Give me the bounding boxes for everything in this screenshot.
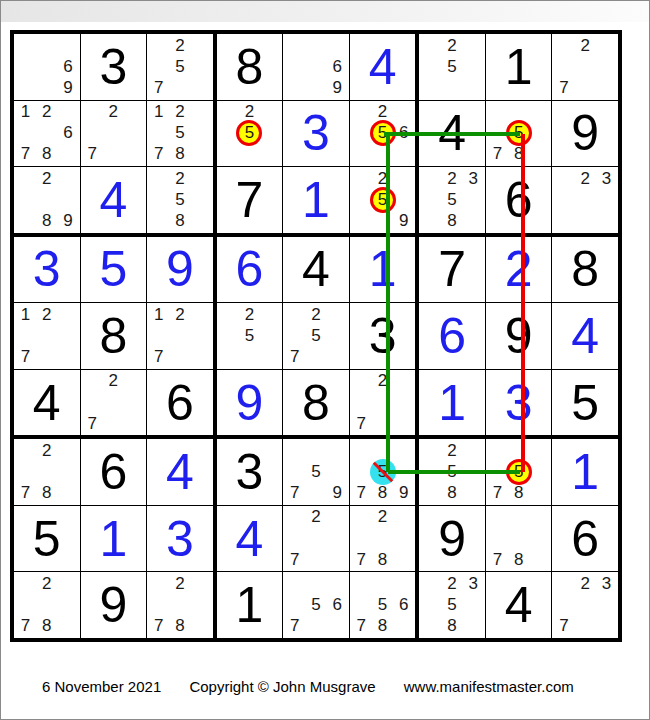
cell-r1c6[interactable]: 4 xyxy=(350,34,416,100)
cell-r9c1[interactable]: 278 xyxy=(14,572,80,638)
cell-r9c5[interactable]: 567 xyxy=(283,572,349,638)
pencil-pos-8 xyxy=(169,77,190,98)
pencil-pos-5 xyxy=(372,392,393,413)
pencil-pos-7 xyxy=(351,144,372,165)
cell-r9c3[interactable]: 278 xyxy=(147,572,213,638)
candidate-6: 6 xyxy=(63,123,72,143)
cell-r7c2[interactable]: 6 xyxy=(81,439,147,505)
pencil-pos-8: 8 xyxy=(508,483,529,504)
pencil-pos-3 xyxy=(463,440,484,461)
solved-digit: 3 xyxy=(147,506,213,572)
given-digit: 1 xyxy=(217,572,283,638)
candidate-5: 5 xyxy=(175,190,184,210)
candidate-6: 6 xyxy=(332,595,341,615)
cell-r5c3[interactable]: 127 xyxy=(147,303,213,369)
candidate-5: 5 xyxy=(311,462,320,482)
pencil-pos-7 xyxy=(420,616,441,637)
cell-r8c5[interactable]: 27 xyxy=(283,506,349,572)
solved-digit: 1 xyxy=(552,439,618,505)
solved-digit: 6 xyxy=(217,237,283,303)
cell-r8c7[interactable]: 9 xyxy=(419,506,485,572)
pencil-marks: 5678 xyxy=(351,573,415,637)
candidate-5: 5 xyxy=(378,123,387,143)
candidate-2: 2 xyxy=(109,102,118,122)
cell-r2c2[interactable]: 27 xyxy=(81,101,147,167)
pencil-pos-4 xyxy=(148,123,169,144)
pencil-pos-9: 9 xyxy=(393,483,414,504)
pencil-pos-3 xyxy=(190,102,211,123)
pencil-pos-7: 7 xyxy=(148,77,169,98)
cell-r1c1[interactable]: 69 xyxy=(14,34,80,100)
pencil-pos-4 xyxy=(553,189,574,210)
cell-r1c5[interactable]: 69 xyxy=(283,34,349,100)
pencil-pos-9 xyxy=(57,616,78,637)
pencil-marks: 578 xyxy=(487,102,551,166)
pencil-pos-6 xyxy=(327,325,348,346)
pencil-pos-4 xyxy=(351,392,372,413)
candidate-5: 5 xyxy=(514,462,523,482)
pencil-pos-8 xyxy=(372,144,393,165)
pencil-pos-9: 9 xyxy=(327,77,348,98)
cell-r3c5[interactable]: 1 xyxy=(283,167,349,233)
pencil-marks: 25 xyxy=(218,102,282,166)
cell-r5c9[interactable]: 4 xyxy=(552,303,618,369)
pencil-pos-2: 2 xyxy=(372,102,393,123)
pencil-marks: 278 xyxy=(15,440,79,504)
cell-r3c6[interactable]: 259 xyxy=(350,167,416,233)
pencil-pos-7: 7 xyxy=(15,483,36,504)
cell-r4c4[interactable]: 6 xyxy=(217,237,283,303)
cell-r5c2[interactable]: 8 xyxy=(81,303,147,369)
cell-r6c1[interactable]: 4 xyxy=(14,370,80,436)
pencil-pos-9 xyxy=(393,144,414,165)
pencil-pos-2: 2 xyxy=(169,573,190,594)
pencil-pos-2 xyxy=(36,35,57,56)
pencil-pos-6: 6 xyxy=(57,56,78,77)
pencil-pos-5 xyxy=(103,392,124,413)
pencil-pos-7 xyxy=(420,77,441,98)
cell-r5c5[interactable]: 257 xyxy=(283,303,349,369)
cell-r9c9[interactable]: 237 xyxy=(552,572,618,638)
pencil-pos-7 xyxy=(420,483,441,504)
cell-r7c1[interactable]: 278 xyxy=(14,439,80,505)
pencil-pos-7: 7 xyxy=(553,616,574,637)
cell-r2c4[interactable]: 25 xyxy=(217,101,283,167)
given-digit: 3 xyxy=(81,34,147,100)
candidate-8: 8 xyxy=(42,616,51,636)
cell-r9c6[interactable]: 5678 xyxy=(350,572,416,638)
given-digit: 9 xyxy=(486,303,552,369)
cell-r1c7[interactable]: 25 xyxy=(419,34,485,100)
candidate-6: 6 xyxy=(399,123,408,143)
pencil-marks: 258 xyxy=(148,168,212,232)
candidate-2: 2 xyxy=(580,36,589,56)
given-digit: 6 xyxy=(486,167,552,233)
solved-digit: 1 xyxy=(350,237,416,303)
candidate-9: 9 xyxy=(399,211,408,231)
pencil-pos-8: 8 xyxy=(36,483,57,504)
pencil-pos-7: 7 xyxy=(284,616,305,637)
pencil-pos-9 xyxy=(463,77,484,98)
cell-r8c9[interactable]: 6 xyxy=(552,506,618,572)
candidate-2: 2 xyxy=(580,169,589,189)
pencil-pos-8 xyxy=(103,144,124,165)
pencil-pos-4 xyxy=(15,56,36,77)
pencil-pos-3 xyxy=(57,102,78,123)
pencil-marks: 256 xyxy=(351,102,415,166)
pencil-pos-7 xyxy=(284,77,305,98)
cell-r4c5[interactable]: 4 xyxy=(283,237,349,303)
pencil-pos-9 xyxy=(529,483,550,504)
pencil-pos-8 xyxy=(305,483,326,504)
cell-r8c2[interactable]: 1 xyxy=(81,506,147,572)
candidate-1: 1 xyxy=(154,102,163,122)
cell-r1c3[interactable]: 257 xyxy=(147,34,213,100)
cell-r6c8[interactable]: 3 xyxy=(486,370,552,436)
cell-r5c8[interactable]: 9 xyxy=(486,303,552,369)
cell-r3c7[interactable]: 2358 xyxy=(419,167,485,233)
candidate-5: 5 xyxy=(245,123,254,143)
pencil-pos-9 xyxy=(393,549,414,570)
cell-r6c4[interactable]: 9 xyxy=(217,370,283,436)
pencil-pos-2: 2 xyxy=(575,35,596,56)
cell-r7c6[interactable]: 5789 xyxy=(350,439,416,505)
pencil-pos-5: 5 xyxy=(508,123,529,144)
pencil-pos-1 xyxy=(553,168,574,189)
candidate-7: 7 xyxy=(493,483,502,503)
pencil-pos-5: 5 xyxy=(442,56,463,77)
cell-r3c8[interactable]: 6 xyxy=(486,167,552,233)
cell-r5c1[interactable]: 127 xyxy=(14,303,80,369)
cell-r1c9[interactable]: 27 xyxy=(552,34,618,100)
pencil-marks: 289 xyxy=(15,168,79,232)
pencil-marks: 567 xyxy=(284,573,348,637)
pencil-pos-7: 7 xyxy=(351,413,372,434)
cell-r4c7[interactable]: 7 xyxy=(419,237,485,303)
pencil-pos-4 xyxy=(351,595,372,616)
given-digit: 9 xyxy=(552,101,618,167)
pencil-pos-7: 7 xyxy=(487,144,508,165)
pencil-pos-6: 6 xyxy=(57,123,78,144)
candidate-7: 7 xyxy=(357,483,366,503)
pencil-pos-2: 2 xyxy=(575,168,596,189)
cell-r5c6[interactable]: 3 xyxy=(350,303,416,369)
pencil-marks: 27 xyxy=(284,507,348,571)
candidate-5: 5 xyxy=(447,57,456,77)
cell-r8c6[interactable]: 278 xyxy=(350,506,416,572)
pencil-pos-9 xyxy=(327,549,348,570)
cell-r2c6[interactable]: 256 xyxy=(350,101,416,167)
pencil-pos-2: 2 xyxy=(169,304,190,325)
pencil-pos-4 xyxy=(420,56,441,77)
cell-r1c8[interactable]: 1 xyxy=(486,34,552,100)
pencil-pos-2: 2 xyxy=(103,102,124,123)
pencil-pos-1 xyxy=(351,507,372,528)
pencil-pos-4 xyxy=(15,189,36,210)
pencil-pos-2: 2 xyxy=(442,35,463,56)
pencil-pos-2: 2 xyxy=(305,304,326,325)
pencil-pos-2: 2 xyxy=(239,102,260,123)
pencil-pos-2: 2 xyxy=(372,371,393,392)
pencil-pos-5 xyxy=(169,325,190,346)
given-digit: 3 xyxy=(350,303,416,369)
cell-r2c8[interactable]: 578 xyxy=(486,101,552,167)
pencil-pos-3 xyxy=(463,35,484,56)
pencil-pos-4 xyxy=(487,528,508,549)
pencil-marks: 278 xyxy=(351,507,415,571)
pencil-pos-1: 1 xyxy=(148,304,169,325)
cell-r4c9[interactable]: 8 xyxy=(552,237,618,303)
pencil-pos-6: 6 xyxy=(393,595,414,616)
pencil-pos-6 xyxy=(529,123,550,144)
cell-r8c1[interactable]: 5 xyxy=(14,506,80,572)
footer: 6 November 2021 Copyright © John Musgrav… xyxy=(42,678,598,695)
cell-r4c8[interactable]: 2 xyxy=(486,237,552,303)
cell-r8c4[interactable]: 4 xyxy=(217,506,283,572)
solved-digit: 4 xyxy=(81,167,147,233)
cell-r7c8[interactable]: 578 xyxy=(486,439,552,505)
cell-r8c8[interactable]: 78 xyxy=(486,506,552,572)
candidate-7: 7 xyxy=(290,347,299,367)
candidate-8: 8 xyxy=(447,616,456,636)
pencil-pos-3 xyxy=(393,371,414,392)
candidate-7: 7 xyxy=(154,78,163,98)
pencil-pos-3 xyxy=(260,304,281,325)
candidate-8: 8 xyxy=(514,144,523,164)
pencil-pos-7: 7 xyxy=(15,616,36,637)
pencil-pos-7: 7 xyxy=(553,77,574,98)
pencil-pos-9: 9 xyxy=(393,210,414,231)
pencil-pos-4 xyxy=(553,56,574,77)
cell-r1c2[interactable]: 3 xyxy=(81,34,147,100)
pencil-pos-3 xyxy=(124,371,145,392)
pencil-pos-2: 2 xyxy=(36,102,57,123)
cell-r6c6[interactable]: 27 xyxy=(350,370,416,436)
pencil-pos-3: 3 xyxy=(596,168,617,189)
cell-r4c2[interactable]: 5 xyxy=(81,237,147,303)
pencil-pos-2: 2 xyxy=(442,440,463,461)
cell-r3c2[interactable]: 4 xyxy=(81,167,147,233)
given-digit: 5 xyxy=(552,370,618,436)
cell-r2c9[interactable]: 9 xyxy=(552,101,618,167)
cell-r7c9[interactable]: 1 xyxy=(552,439,618,505)
pencil-pos-5 xyxy=(508,528,529,549)
pencil-pos-5 xyxy=(36,595,57,616)
cell-r3c4[interactable]: 7 xyxy=(217,167,283,233)
cell-r3c1[interactable]: 289 xyxy=(14,167,80,233)
pencil-pos-3: 3 xyxy=(463,168,484,189)
pencil-pos-9 xyxy=(190,210,211,231)
candidate-8: 8 xyxy=(175,144,184,164)
candidate-5: 5 xyxy=(175,123,184,143)
cell-r2c5[interactable]: 3 xyxy=(283,101,349,167)
candidate-3: 3 xyxy=(602,169,611,189)
pencil-pos-4 xyxy=(420,189,441,210)
cell-r6c5[interactable]: 8 xyxy=(283,370,349,436)
candidate-2: 2 xyxy=(175,305,184,325)
pencil-pos-4 xyxy=(148,595,169,616)
cell-r4c1[interactable]: 3 xyxy=(14,237,80,303)
candidate-9: 9 xyxy=(63,78,72,98)
pencil-pos-2: 2 xyxy=(372,168,393,189)
cell-r5c7[interactable]: 6 xyxy=(419,303,485,369)
cell-r8c3[interactable]: 3 xyxy=(147,506,213,572)
pencil-marks: 23 xyxy=(553,168,617,232)
solved-digit: 1 xyxy=(419,370,485,436)
pencil-pos-8: 8 xyxy=(36,616,57,637)
pencil-pos-1 xyxy=(351,371,372,392)
footer-date: 6 November 2021 xyxy=(42,678,161,695)
cell-r9c4[interactable]: 1 xyxy=(217,572,283,638)
candidate-7: 7 xyxy=(87,414,96,434)
pencil-pos-4 xyxy=(351,528,372,549)
cell-r6c2[interactable]: 27 xyxy=(81,370,147,436)
candidate-7: 7 xyxy=(290,550,299,570)
candidate-5: 5 xyxy=(311,595,320,615)
solved-digit: 1 xyxy=(283,167,349,233)
pencil-pos-9 xyxy=(190,144,211,165)
pencil-pos-9 xyxy=(190,616,211,637)
pencil-pos-9 xyxy=(190,347,211,368)
cell-r5c4[interactable]: 25 xyxy=(217,303,283,369)
cell-r2c7[interactable]: 4 xyxy=(419,101,485,167)
given-digit: 8 xyxy=(81,303,147,369)
pencil-pos-8: 8 xyxy=(372,483,393,504)
cell-r4c6[interactable]: 1 xyxy=(350,237,416,303)
cell-r7c5[interactable]: 579 xyxy=(283,439,349,505)
pencil-pos-3 xyxy=(393,440,414,461)
pencil-pos-9 xyxy=(596,616,617,637)
pencil-pos-1: 1 xyxy=(148,102,169,123)
candidate-8: 8 xyxy=(447,211,456,231)
pencil-marks: 69 xyxy=(15,35,79,99)
pencil-pos-4 xyxy=(284,595,305,616)
pencil-marks: 25 xyxy=(218,304,282,368)
cell-r6c9[interactable]: 5 xyxy=(552,370,618,436)
candidate-2: 2 xyxy=(311,305,320,325)
candidate-2: 2 xyxy=(175,36,184,56)
solved-digit: 4 xyxy=(350,34,416,100)
pencil-pos-5 xyxy=(169,595,190,616)
given-digit: 6 xyxy=(81,439,147,505)
cell-r7c4[interactable]: 3 xyxy=(217,439,283,505)
candidate-7: 7 xyxy=(154,144,163,164)
pencil-pos-8: 8 xyxy=(372,616,393,637)
cell-r7c7[interactable]: 258 xyxy=(419,439,485,505)
candidate-7: 7 xyxy=(559,616,568,636)
pencil-pos-1 xyxy=(218,102,239,123)
cell-r2c1[interactable]: 12678 xyxy=(14,101,80,167)
candidate-2: 2 xyxy=(447,574,456,594)
cell-r9c7[interactable]: 2358 xyxy=(419,572,485,638)
cell-r4c3[interactable]: 9 xyxy=(147,237,213,303)
solved-digit: 4 xyxy=(217,506,283,572)
cell-r9c2[interactable]: 9 xyxy=(81,572,147,638)
cell-r6c7[interactable]: 1 xyxy=(419,370,485,436)
candidate-7: 7 xyxy=(493,144,502,164)
pencil-pos-6 xyxy=(190,123,211,144)
cell-r9c8[interactable]: 4 xyxy=(486,572,552,638)
pencil-pos-7 xyxy=(553,210,574,231)
candidate-1: 1 xyxy=(154,305,163,325)
pencil-pos-3 xyxy=(393,573,414,594)
candidate-7: 7 xyxy=(493,550,502,570)
pencil-marks: 2358 xyxy=(420,168,484,232)
pencil-marks: 27 xyxy=(82,102,146,166)
pencil-pos-6 xyxy=(393,392,414,413)
pencil-marks: 27 xyxy=(351,371,415,435)
pencil-pos-3 xyxy=(327,304,348,325)
pencil-pos-2: 2 xyxy=(575,573,596,594)
pencil-pos-7 xyxy=(148,210,169,231)
pencil-pos-9 xyxy=(260,144,281,165)
pencil-pos-6 xyxy=(463,56,484,77)
solved-digit: 5 xyxy=(81,237,147,303)
pencil-pos-7: 7 xyxy=(82,413,103,434)
pencil-pos-9 xyxy=(327,616,348,637)
pencil-pos-1 xyxy=(15,573,36,594)
pencil-marks: 259 xyxy=(351,168,415,232)
cell-r2c3[interactable]: 12578 xyxy=(147,101,213,167)
candidate-6: 6 xyxy=(332,57,341,77)
cell-r1c4[interactable]: 8 xyxy=(217,34,283,100)
given-digit: 7 xyxy=(217,167,283,233)
pencil-pos-3 xyxy=(57,573,78,594)
pencil-pos-9 xyxy=(57,347,78,368)
pencil-pos-3 xyxy=(57,440,78,461)
pencil-pos-6 xyxy=(596,189,617,210)
pencil-pos-6 xyxy=(57,325,78,346)
pencil-pos-8 xyxy=(36,347,57,368)
candidate-1: 1 xyxy=(21,102,30,122)
pencil-pos-4 xyxy=(218,325,239,346)
pencil-pos-4 xyxy=(284,528,305,549)
pencil-pos-2: 2 xyxy=(305,507,326,528)
candidate-7: 7 xyxy=(21,483,30,503)
pencil-marks: 12578 xyxy=(148,102,212,166)
cell-r6c3[interactable]: 6 xyxy=(147,370,213,436)
pencil-pos-3 xyxy=(124,102,145,123)
cell-r7c3[interactable]: 4 xyxy=(147,439,213,505)
given-digit: 6 xyxy=(147,370,213,436)
pencil-pos-1 xyxy=(420,573,441,594)
pencil-pos-4 xyxy=(15,462,36,483)
pencil-pos-8: 8 xyxy=(169,144,190,165)
pencil-pos-8 xyxy=(305,549,326,570)
pencil-marks: 5789 xyxy=(351,440,415,504)
pencil-pos-9 xyxy=(463,210,484,231)
pencil-pos-3 xyxy=(327,35,348,56)
cell-r3c9[interactable]: 23 xyxy=(552,167,618,233)
pencil-pos-3 xyxy=(190,573,211,594)
candidate-2: 2 xyxy=(42,574,51,594)
pencil-pos-3 xyxy=(190,304,211,325)
pencil-pos-6 xyxy=(529,462,550,483)
pencil-pos-1 xyxy=(284,35,305,56)
pencil-pos-2: 2 xyxy=(442,168,463,189)
pencil-pos-9 xyxy=(57,144,78,165)
pencil-pos-6 xyxy=(260,325,281,346)
pencil-pos-6 xyxy=(393,189,414,210)
candidate-6: 6 xyxy=(399,595,408,615)
candidate-7: 7 xyxy=(87,144,96,164)
pencil-pos-1 xyxy=(420,35,441,56)
pencil-pos-6 xyxy=(124,392,145,413)
pencil-marks: 258 xyxy=(420,440,484,504)
cell-r3c3[interactable]: 258 xyxy=(147,167,213,233)
pencil-pos-5: 5 xyxy=(442,189,463,210)
pencil-pos-4 xyxy=(82,123,103,144)
